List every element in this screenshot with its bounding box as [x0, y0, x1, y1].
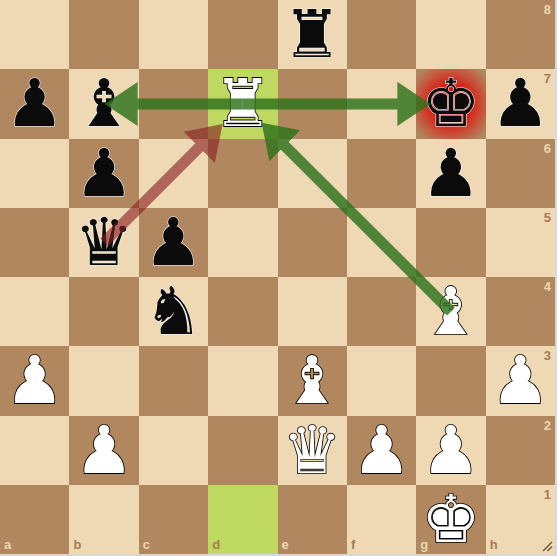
square-b4[interactable] [69, 277, 138, 346]
piece-black-rook[interactable]: ♜ [278, 0, 347, 69]
square-g5[interactable] [416, 208, 485, 277]
square-c2[interactable] [139, 416, 208, 485]
square-a8[interactable] [0, 0, 69, 69]
chess-board-wrap: ♜8♟♝♜♚♟7♟♟6♛♟5♞♝4♟♝♟3♟♛♟♟2abcdef♚gh1 [0, 0, 557, 556]
coord-rank-4: 4 [544, 280, 551, 293]
coord-rank-1: 1 [544, 488, 551, 501]
piece-black-pawn[interactable]: ♟ [139, 208, 208, 277]
square-a3[interactable]: ♟ [0, 346, 69, 415]
square-b1[interactable]: b [69, 485, 138, 554]
square-f4[interactable] [347, 277, 416, 346]
square-e5[interactable] [278, 208, 347, 277]
square-a7[interactable]: ♟ [0, 69, 69, 138]
square-f1[interactable]: f [347, 485, 416, 554]
square-d2[interactable] [208, 416, 277, 485]
piece-black-pawn[interactable]: ♟ [416, 139, 485, 208]
square-e7[interactable] [278, 69, 347, 138]
square-d6[interactable] [208, 139, 277, 208]
square-f7[interactable] [347, 69, 416, 138]
square-g8[interactable] [416, 0, 485, 69]
square-e2[interactable]: ♛ [278, 416, 347, 485]
square-g2[interactable]: ♟ [416, 416, 485, 485]
piece-black-queen[interactable]: ♛ [69, 208, 138, 277]
coord-file-b: b [73, 538, 81, 551]
square-g3[interactable] [416, 346, 485, 415]
square-c4[interactable]: ♞ [139, 277, 208, 346]
square-c1[interactable]: c [139, 485, 208, 554]
square-d7[interactable]: ♜ [208, 69, 277, 138]
square-c6[interactable] [139, 139, 208, 208]
piece-black-bishop[interactable]: ♝ [69, 69, 138, 138]
coord-rank-5: 5 [544, 211, 551, 224]
piece-white-bishop[interactable]: ♝ [416, 277, 485, 346]
coord-file-h: h [490, 538, 498, 551]
piece-white-pawn[interactable]: ♟ [416, 416, 485, 485]
square-b8[interactable] [69, 0, 138, 69]
square-d1[interactable]: d [208, 485, 277, 554]
square-b3[interactable] [69, 346, 138, 415]
square-b6[interactable]: ♟ [69, 139, 138, 208]
square-e8[interactable]: ♜ [278, 0, 347, 69]
piece-black-knight[interactable]: ♞ [139, 277, 208, 346]
square-d4[interactable] [208, 277, 277, 346]
coord-rank-6: 6 [544, 142, 551, 155]
piece-black-pawn[interactable]: ♟ [69, 139, 138, 208]
piece-white-pawn[interactable]: ♟ [69, 416, 138, 485]
square-a6[interactable] [0, 139, 69, 208]
square-e4[interactable] [278, 277, 347, 346]
square-a2[interactable] [0, 416, 69, 485]
square-c5[interactable]: ♟ [139, 208, 208, 277]
square-e1[interactable]: e [278, 485, 347, 554]
coord-file-a: a [4, 538, 11, 551]
piece-white-queen[interactable]: ♛ [278, 416, 347, 485]
coord-rank-8: 8 [544, 3, 551, 16]
coord-rank-7: 7 [544, 72, 551, 85]
square-h8[interactable]: 8 [486, 0, 555, 69]
square-a4[interactable] [0, 277, 69, 346]
square-b2[interactable]: ♟ [69, 416, 138, 485]
coord-file-e: e [282, 538, 289, 551]
square-f6[interactable] [347, 139, 416, 208]
piece-white-rook[interactable]: ♜ [208, 69, 277, 138]
square-h4[interactable]: 4 [486, 277, 555, 346]
square-h5[interactable]: 5 [486, 208, 555, 277]
square-a1[interactable]: a [0, 485, 69, 554]
square-d5[interactable] [208, 208, 277, 277]
square-a5[interactable] [0, 208, 69, 277]
piece-black-pawn[interactable]: ♟ [0, 69, 69, 138]
piece-white-pawn[interactable]: ♟ [0, 346, 69, 415]
square-c3[interactable] [139, 346, 208, 415]
square-f3[interactable] [347, 346, 416, 415]
piece-white-bishop[interactable]: ♝ [278, 346, 347, 415]
square-g6[interactable]: ♟ [416, 139, 485, 208]
coord-file-d: d [212, 538, 220, 551]
square-g7[interactable]: ♚ [416, 69, 485, 138]
square-f2[interactable]: ♟ [347, 416, 416, 485]
square-h3[interactable]: ♟3 [486, 346, 555, 415]
square-g4[interactable]: ♝ [416, 277, 485, 346]
square-h2[interactable]: 2 [486, 416, 555, 485]
coord-file-f: f [351, 538, 355, 551]
square-d3[interactable] [208, 346, 277, 415]
chess-board[interactable]: ♜8♟♝♜♚♟7♟♟6♛♟5♞♝4♟♝♟3♟♛♟♟2abcdef♚gh1 [0, 0, 555, 554]
square-e6[interactable] [278, 139, 347, 208]
coord-file-c: c [143, 538, 150, 551]
square-h7[interactable]: ♟7 [486, 69, 555, 138]
square-g1[interactable]: ♚g [416, 485, 485, 554]
coord-rank-3: 3 [544, 349, 551, 362]
square-b5[interactable]: ♛ [69, 208, 138, 277]
coord-rank-2: 2 [544, 419, 551, 432]
piece-black-king[interactable]: ♚ [416, 69, 485, 138]
square-h6[interactable]: 6 [486, 139, 555, 208]
square-f8[interactable] [347, 0, 416, 69]
square-b7[interactable]: ♝ [69, 69, 138, 138]
square-e3[interactable]: ♝ [278, 346, 347, 415]
piece-white-pawn[interactable]: ♟ [347, 416, 416, 485]
coord-file-g: g [420, 538, 428, 551]
square-c7[interactable] [139, 69, 208, 138]
square-d8[interactable] [208, 0, 277, 69]
resize-handle-icon[interactable] [541, 540, 553, 552]
square-c8[interactable] [139, 0, 208, 69]
square-f5[interactable] [347, 208, 416, 277]
